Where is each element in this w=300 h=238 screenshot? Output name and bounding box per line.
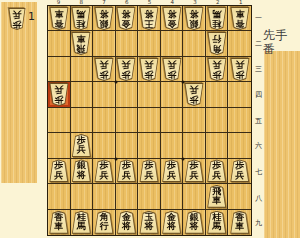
square-1-2[interactable] (228, 31, 251, 56)
piece-kanji: 将 (167, 9, 176, 19)
square-5-5[interactable] (138, 108, 161, 133)
piece-gote-lance: 香車 (230, 7, 250, 30)
square-4-1[interactable]: 金将 (161, 6, 184, 31)
rank-label-4: 四 (253, 82, 264, 108)
piece-kanji: 金 (167, 18, 176, 28)
gote-hand-pawn-count: 1 (28, 11, 35, 23)
square-5-3[interactable]: 歩兵 (138, 57, 161, 82)
star-point (114, 81, 117, 84)
turn-indicator: 先手番 (263, 28, 300, 56)
piece-gote-rook: 飛車 (71, 32, 91, 55)
piece-sente-bishop: 角行 (94, 211, 114, 234)
square-3-2[interactable] (183, 31, 206, 56)
piece-kanji: 車 (77, 34, 86, 44)
piece-kanji: 歩 (212, 69, 221, 79)
piece-kanji: 銀 (190, 18, 199, 28)
square-6-4[interactable] (116, 82, 139, 107)
piece-gote-pawn: 歩兵 (162, 58, 182, 81)
piece-sente-gold: 金将 (162, 211, 182, 234)
piece-sente-gold: 金将 (116, 211, 136, 234)
piece-gote-silver: 銀将 (184, 7, 204, 30)
square-5-1[interactable]: 王将 (138, 6, 161, 31)
shogi-board: 香車桂馬銀将金将王将金将銀将桂馬香車飛車角行歩兵歩兵歩兵歩兵歩兵歩兵歩兵歩兵歩兵… (47, 5, 252, 236)
square-4-2[interactable] (161, 31, 184, 56)
rank-label-3: 三 (253, 56, 264, 82)
piece-kanji: 兵 (167, 171, 176, 181)
piece-kanji: 歩 (144, 69, 153, 79)
square-5-7[interactable]: 歩兵 (138, 159, 161, 184)
rank-label-7: 七 (253, 159, 264, 185)
square-8-2[interactable]: 飛車 (71, 31, 94, 56)
piece-kanji: 馬 (77, 222, 86, 232)
piece-gote-pawn: 歩兵 (49, 83, 69, 106)
square-8-5[interactable] (71, 108, 94, 133)
square-7-8[interactable] (93, 184, 116, 209)
piece-sente-pawn: 歩兵 (207, 159, 227, 182)
piece-sente-lance: 香車 (49, 211, 69, 234)
square-1-6[interactable] (228, 133, 251, 158)
square-7-1[interactable]: 銀将 (93, 6, 116, 31)
piece-gote-pawn: 歩兵 (116, 58, 136, 81)
square-6-2[interactable] (116, 31, 139, 56)
piece-kanji: 王 (144, 18, 153, 28)
square-7-6[interactable] (93, 133, 116, 158)
square-8-7[interactable]: 銀将 (71, 159, 94, 184)
piece-sente-pawn: 歩兵 (162, 159, 182, 182)
square-7-5[interactable] (93, 108, 116, 133)
square-4-6[interactable] (161, 133, 184, 158)
piece-kanji: 歩 (190, 95, 199, 105)
piece-kanji: 兵 (122, 171, 131, 181)
piece-kanji: 車 (54, 9, 63, 19)
piece-kanji: 歩 (99, 69, 108, 79)
piece-sente-pawn: 歩兵 (116, 159, 136, 182)
piece-kanji: 兵 (99, 60, 108, 70)
square-4-4[interactable] (161, 82, 184, 107)
square-3-3[interactable] (183, 57, 206, 82)
piece-kanji: 車 (235, 9, 244, 19)
square-8-3[interactable] (71, 57, 94, 82)
square-6-3[interactable]: 歩兵 (116, 57, 139, 82)
square-2-7[interactable]: 歩兵 (206, 159, 229, 184)
piece-kanji: 歩 (167, 69, 176, 79)
piece-kanji: 兵 (190, 85, 199, 95)
square-2-5[interactable] (206, 108, 229, 133)
piece-sente-pawn: 歩兵 (139, 159, 159, 182)
piece-kanji: 将 (77, 171, 86, 181)
square-9-6[interactable] (48, 133, 71, 158)
piece-kanji: 飛 (77, 44, 86, 54)
piece-kanji: 角 (212, 44, 221, 54)
square-3-8[interactable] (183, 184, 206, 209)
piece-sente-knight: 桂馬 (207, 211, 227, 234)
square-8-9[interactable]: 桂馬 (71, 210, 94, 235)
piece-kanji: 将 (122, 222, 131, 232)
square-5-2[interactable] (138, 31, 161, 56)
piece-kanji: 将 (190, 222, 199, 232)
piece-gote-knight: 桂馬 (207, 7, 227, 30)
piece-kanji: 将 (144, 222, 153, 232)
piece-kanji: 歩 (122, 69, 131, 79)
square-1-3[interactable]: 歩兵 (228, 57, 251, 82)
piece-kanji: 兵 (54, 171, 63, 181)
piece-gote-pawn: 歩兵 (230, 58, 250, 81)
piece-kanji: 将 (167, 222, 176, 232)
gote-hand-tray: 歩兵1 (1, 2, 37, 183)
piece-kanji: 兵 (144, 171, 153, 181)
piece-kanji: 兵 (235, 60, 244, 70)
square-1-5[interactable] (228, 108, 251, 133)
piece-sente-king: 玉将 (139, 211, 159, 234)
square-3-6[interactable] (183, 133, 206, 158)
piece-kanji: 桂 (212, 18, 221, 28)
square-8-6[interactable]: 歩兵 (71, 133, 94, 158)
piece-sente-silver: 銀将 (71, 159, 91, 182)
piece-sente-lance: 香車 (230, 211, 250, 234)
square-4-8[interactable] (161, 184, 184, 209)
square-3-5[interactable] (183, 108, 206, 133)
piece-sente-pawn: 歩兵 (230, 159, 250, 182)
piece-kanji: 車 (212, 196, 221, 206)
square-8-8[interactable] (71, 184, 94, 209)
piece-gote-silver: 銀将 (94, 7, 114, 30)
square-4-3[interactable]: 歩兵 (161, 57, 184, 82)
square-1-7[interactable]: 歩兵 (228, 159, 251, 184)
piece-kanji: 香 (54, 18, 63, 28)
square-2-4[interactable] (206, 82, 229, 107)
piece-sente-rook: 飛車 (207, 185, 227, 208)
piece-gote-pawn: 歩兵 (139, 58, 159, 81)
rank-label-5: 五 (253, 108, 264, 134)
square-5-4[interactable] (138, 82, 161, 107)
square-2-8[interactable]: 飛車 (206, 184, 229, 209)
square-5-6[interactable] (138, 133, 161, 158)
square-9-3[interactable] (48, 57, 71, 82)
square-9-4[interactable]: 歩兵 (48, 82, 71, 107)
square-1-4[interactable] (228, 82, 251, 107)
square-9-1[interactable]: 香車 (48, 6, 71, 31)
square-7-4[interactable] (93, 82, 116, 107)
piece-kanji: 歩 (54, 95, 63, 105)
piece-kanji: 将 (144, 9, 153, 19)
piece-gote-bishop: 角行 (207, 32, 227, 55)
piece-kanji: 行 (212, 34, 221, 44)
piece-gote-king: 王将 (139, 7, 159, 30)
square-9-2[interactable] (48, 31, 71, 56)
piece-kanji: 馬 (77, 9, 86, 19)
piece-sente-pawn: 歩兵 (94, 159, 114, 182)
piece-sente-pawn: 歩兵 (49, 159, 69, 182)
piece-sente-pawn: 歩兵 (71, 134, 91, 157)
piece-kanji: 将 (99, 9, 108, 19)
piece-kanji: 将 (190, 9, 199, 19)
piece-kanji: 将 (122, 9, 131, 19)
piece-kanji: 車 (54, 222, 63, 232)
piece-kanji: 兵 (212, 171, 221, 181)
piece-kanji: 行 (99, 222, 108, 232)
piece-gote-pawn[interactable]: 歩兵 (8, 8, 26, 30)
square-2-3[interactable]: 歩兵 (206, 57, 229, 82)
square-5-8[interactable] (138, 184, 161, 209)
piece-kanji: 兵 (54, 85, 63, 95)
piece-kanji: 兵 (13, 10, 22, 20)
square-7-3[interactable]: 歩兵 (93, 57, 116, 82)
piece-kanji: 金 (122, 18, 131, 28)
square-7-7[interactable]: 歩兵 (93, 159, 116, 184)
square-6-7[interactable]: 歩兵 (116, 159, 139, 184)
piece-kanji: 兵 (144, 60, 153, 70)
piece-gote-gold: 金将 (116, 7, 136, 30)
piece-kanji: 兵 (235, 171, 244, 181)
piece-kanji: 歩 (13, 20, 22, 30)
square-3-9[interactable]: 銀将 (183, 210, 206, 235)
square-9-8[interactable] (48, 184, 71, 209)
piece-kanji: 兵 (99, 171, 108, 181)
shogi-diagram: 歩兵1 987654321 一二三四五六七八九 香車桂馬銀将金将王将金将銀将桂馬… (0, 0, 300, 238)
piece-kanji: 香 (235, 18, 244, 28)
square-6-8[interactable] (116, 184, 139, 209)
square-2-1[interactable]: 桂馬 (206, 6, 229, 31)
piece-kanji: 車 (235, 222, 244, 232)
square-4-7[interactable]: 歩兵 (161, 159, 184, 184)
rank-label-6: 六 (253, 133, 264, 159)
rank-label-8: 八 (253, 185, 264, 211)
square-6-6[interactable] (116, 133, 139, 158)
square-2-2[interactable]: 角行 (206, 31, 229, 56)
square-5-9[interactable]: 玉将 (138, 210, 161, 235)
square-8-4[interactable] (71, 82, 94, 107)
square-7-9[interactable]: 角行 (93, 210, 116, 235)
square-2-9[interactable]: 桂馬 (206, 210, 229, 235)
square-4-9[interactable]: 金将 (161, 210, 184, 235)
square-6-1[interactable]: 金将 (116, 6, 139, 31)
square-8-1[interactable]: 桂馬 (71, 6, 94, 31)
sente-hand-tray (264, 51, 300, 238)
piece-kanji: 兵 (77, 145, 86, 155)
piece-kanji: 馬 (212, 222, 221, 232)
star-point (114, 157, 117, 160)
piece-sente-pawn: 歩兵 (184, 159, 204, 182)
piece-kanji: 桂 (77, 18, 86, 28)
piece-kanji: 兵 (190, 171, 199, 181)
rank-label-9: 九 (253, 210, 264, 236)
piece-kanji: 歩 (235, 69, 244, 79)
square-3-4[interactable]: 歩兵 (183, 82, 206, 107)
square-9-7[interactable]: 歩兵 (48, 159, 71, 184)
piece-gote-pawn: 歩兵 (184, 83, 204, 106)
piece-sente-knight: 桂馬 (71, 211, 91, 234)
square-6-5[interactable] (116, 108, 139, 133)
piece-kanji: 銀 (99, 18, 108, 28)
piece-sente-silver: 銀将 (184, 211, 204, 234)
square-9-9[interactable]: 香車 (48, 210, 71, 235)
square-1-1[interactable]: 香車 (228, 6, 251, 31)
piece-gote-pawn: 歩兵 (207, 58, 227, 81)
square-2-6[interactable] (206, 133, 229, 158)
square-3-7[interactable]: 歩兵 (183, 159, 206, 184)
square-4-5[interactable] (161, 108, 184, 133)
star-point (182, 81, 185, 84)
piece-kanji: 兵 (167, 60, 176, 70)
star-point (182, 157, 185, 160)
piece-kanji: 兵 (212, 60, 221, 70)
piece-gote-knight: 桂馬 (71, 7, 91, 30)
piece-gote-lance: 香車 (49, 7, 69, 30)
square-1-8[interactable] (228, 184, 251, 209)
piece-gote-gold: 金将 (162, 7, 182, 30)
piece-kanji: 兵 (122, 60, 131, 70)
piece-kanji: 馬 (212, 9, 221, 19)
square-6-9[interactable]: 金将 (116, 210, 139, 235)
square-3-1[interactable]: 銀将 (183, 6, 206, 31)
square-9-5[interactable] (48, 108, 71, 133)
square-1-9[interactable]: 香車 (228, 210, 251, 235)
piece-gote-pawn: 歩兵 (94, 58, 114, 81)
rank-label-1: 一 (253, 5, 264, 31)
square-7-2[interactable] (93, 31, 116, 56)
